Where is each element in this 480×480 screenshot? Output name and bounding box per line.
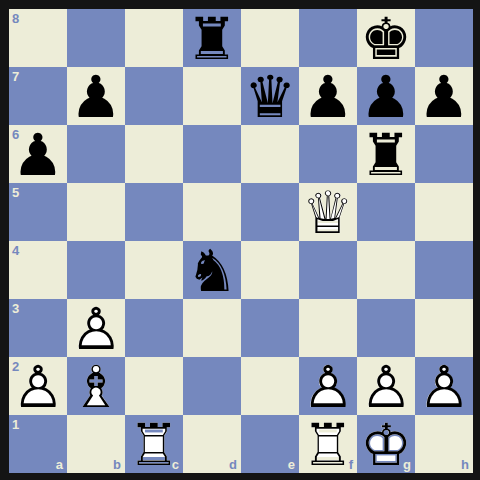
square-a1[interactable]: 1a: [9, 415, 67, 473]
square-c4[interactable]: [125, 241, 183, 299]
square-c1[interactable]: c♜♖: [125, 415, 183, 473]
square-f6[interactable]: [299, 125, 357, 183]
piece-black-pawn[interactable]: ♟: [415, 67, 473, 125]
square-g4[interactable]: [357, 241, 415, 299]
square-a4[interactable]: 4: [9, 241, 67, 299]
piece-black-king[interactable]: ♚: [357, 9, 415, 67]
piece-white-rook[interactable]: ♜♖: [299, 415, 357, 473]
square-a7[interactable]: 7: [9, 67, 67, 125]
file-label-h: h: [461, 458, 469, 471]
square-f7[interactable]: ♟: [299, 67, 357, 125]
square-d7[interactable]: [183, 67, 241, 125]
square-f5[interactable]: ♛♕: [299, 183, 357, 241]
white-rook-outline-icon: ♖: [299, 416, 357, 474]
black-pawn-icon: ♟: [357, 68, 415, 126]
white-king-outline-icon: ♔: [357, 416, 415, 474]
square-d2[interactable]: [183, 357, 241, 415]
square-a5[interactable]: 5: [9, 183, 67, 241]
square-c8[interactable]: [125, 9, 183, 67]
square-h7[interactable]: ♟: [415, 67, 473, 125]
square-d1[interactable]: d: [183, 415, 241, 473]
file-label-a: a: [56, 458, 63, 471]
square-g2[interactable]: ♟♙: [357, 357, 415, 415]
square-b8[interactable]: [67, 9, 125, 67]
square-a8[interactable]: 8: [9, 9, 67, 67]
square-f3[interactable]: [299, 299, 357, 357]
square-a3[interactable]: 3: [9, 299, 67, 357]
square-b5[interactable]: [67, 183, 125, 241]
piece-white-pawn[interactable]: ♟♙: [415, 357, 473, 415]
square-f4[interactable]: [299, 241, 357, 299]
chess-board: 8♜♚7♟♛♟♟♟6♟♜5♛♕4♞3♟♙2♟♙♝♗♟♙♟♙♟♙1abc♜♖def…: [9, 9, 473, 473]
square-f2[interactable]: ♟♙: [299, 357, 357, 415]
square-c6[interactable]: [125, 125, 183, 183]
square-e4[interactable]: [241, 241, 299, 299]
piece-black-pawn[interactable]: ♟: [9, 125, 67, 183]
white-pawn-outline-icon: ♙: [67, 300, 125, 358]
file-label-e: e: [288, 458, 295, 471]
square-h1[interactable]: h: [415, 415, 473, 473]
black-pawn-icon: ♟: [67, 68, 125, 126]
square-g5[interactable]: [357, 183, 415, 241]
black-queen-icon: ♛: [241, 68, 299, 126]
black-rook-icon: ♜: [183, 10, 241, 68]
square-d4[interactable]: ♞: [183, 241, 241, 299]
square-d8[interactable]: ♜: [183, 9, 241, 67]
square-b1[interactable]: b: [67, 415, 125, 473]
white-pawn-outline-icon: ♙: [9, 358, 67, 416]
square-b4[interactable]: [67, 241, 125, 299]
piece-white-pawn[interactable]: ♟♙: [357, 357, 415, 415]
square-g1[interactable]: g♚♔: [357, 415, 415, 473]
square-h3[interactable]: [415, 299, 473, 357]
black-pawn-icon: ♟: [299, 68, 357, 126]
white-bishop-outline-icon: ♗: [67, 358, 125, 416]
piece-black-knight[interactable]: ♞: [183, 241, 241, 299]
white-pawn-outline-icon: ♙: [357, 358, 415, 416]
piece-black-rook[interactable]: ♜: [183, 9, 241, 67]
piece-black-queen[interactable]: ♛: [241, 67, 299, 125]
square-d5[interactable]: [183, 183, 241, 241]
square-e3[interactable]: [241, 299, 299, 357]
square-g7[interactable]: ♟: [357, 67, 415, 125]
square-g6[interactable]: ♜: [357, 125, 415, 183]
piece-black-pawn[interactable]: ♟: [67, 67, 125, 125]
piece-black-rook[interactable]: ♜: [357, 125, 415, 183]
rank-label-3: 3: [12, 302, 19, 315]
piece-black-pawn[interactable]: ♟: [299, 67, 357, 125]
square-e2[interactable]: [241, 357, 299, 415]
white-pawn-outline-icon: ♙: [415, 358, 473, 416]
piece-white-pawn[interactable]: ♟♙: [67, 299, 125, 357]
file-label-d: d: [229, 458, 237, 471]
rank-label-4: 4: [12, 244, 19, 257]
square-e8[interactable]: [241, 9, 299, 67]
rank-label-7: 7: [12, 70, 19, 83]
square-e1[interactable]: e: [241, 415, 299, 473]
white-pawn-outline-icon: ♙: [299, 358, 357, 416]
square-h5[interactable]: [415, 183, 473, 241]
square-e6[interactable]: [241, 125, 299, 183]
rank-label-8: 8: [12, 12, 19, 25]
square-e5[interactable]: [241, 183, 299, 241]
square-c3[interactable]: [125, 299, 183, 357]
square-b6[interactable]: [67, 125, 125, 183]
square-a2[interactable]: 2♟♙: [9, 357, 67, 415]
square-a6[interactable]: 6♟: [9, 125, 67, 183]
square-g3[interactable]: [357, 299, 415, 357]
piece-white-king[interactable]: ♚♔: [357, 415, 415, 473]
square-h6[interactable]: [415, 125, 473, 183]
black-rook-icon: ♜: [357, 126, 415, 184]
piece-white-pawn[interactable]: ♟♙: [9, 357, 67, 415]
square-c2[interactable]: [125, 357, 183, 415]
square-e7[interactable]: ♛: [241, 67, 299, 125]
square-g8[interactable]: ♚: [357, 9, 415, 67]
piece-white-queen[interactable]: ♛♕: [299, 183, 357, 241]
square-h4[interactable]: [415, 241, 473, 299]
white-rook-outline-icon: ♖: [125, 416, 183, 474]
square-c5[interactable]: [125, 183, 183, 241]
black-knight-icon: ♞: [183, 242, 241, 300]
piece-white-rook[interactable]: ♜♖: [125, 415, 183, 473]
square-h2[interactable]: ♟♙: [415, 357, 473, 415]
square-d6[interactable]: [183, 125, 241, 183]
square-c7[interactable]: [125, 67, 183, 125]
square-b2[interactable]: ♝♗: [67, 357, 125, 415]
square-f1[interactable]: f♜♖: [299, 415, 357, 473]
piece-white-bishop[interactable]: ♝♗: [67, 357, 125, 415]
black-pawn-icon: ♟: [415, 68, 473, 126]
board-frame: 8♜♚7♟♛♟♟♟6♟♜5♛♕4♞3♟♙2♟♙♝♗♟♙♟♙♟♙1abc♜♖def…: [0, 0, 480, 480]
piece-white-pawn[interactable]: ♟♙: [299, 357, 357, 415]
piece-black-pawn[interactable]: ♟: [357, 67, 415, 125]
square-d3[interactable]: [183, 299, 241, 357]
square-b7[interactable]: ♟: [67, 67, 125, 125]
black-pawn-icon: ♟: [9, 126, 67, 184]
white-queen-outline-icon: ♕: [299, 184, 357, 242]
square-h8[interactable]: [415, 9, 473, 67]
black-king-icon: ♚: [357, 10, 415, 68]
square-b3[interactable]: ♟♙: [67, 299, 125, 357]
file-label-b: b: [113, 458, 121, 471]
square-f8[interactable]: [299, 9, 357, 67]
